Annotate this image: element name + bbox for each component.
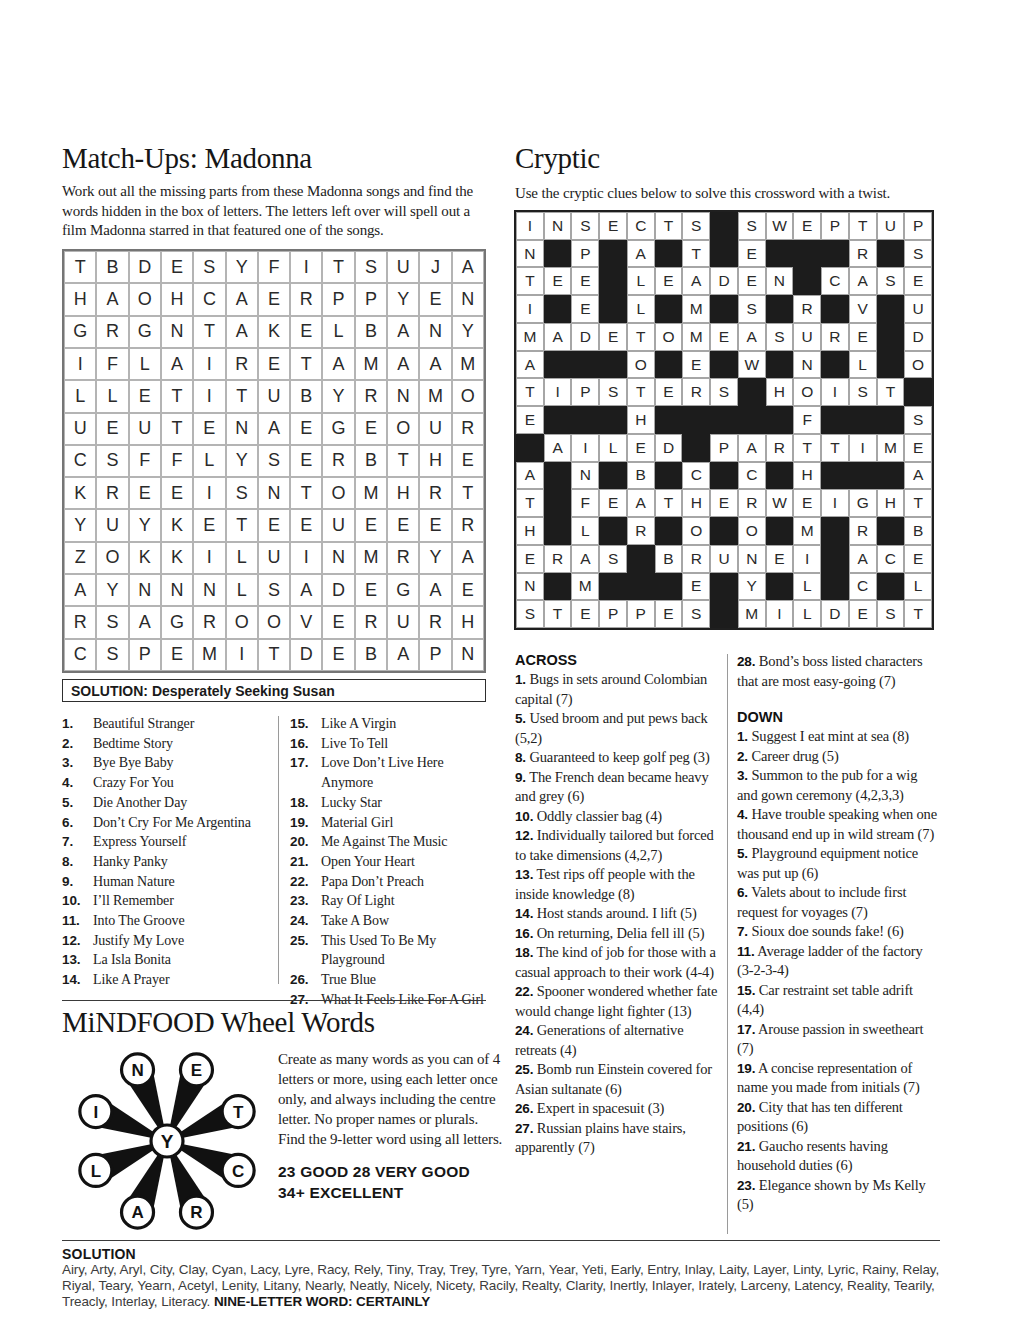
wordsearch-cell-r1c10[interactable]: S [355, 251, 387, 283]
wordsearch-cell-r2c11[interactable]: Y [387, 283, 419, 315]
crossword-cell-r14c7[interactable]: E [682, 573, 710, 601]
wordsearch-cell-r8c7[interactable]: N [258, 477, 290, 509]
crossword-cell-r6c1[interactable]: A [516, 351, 544, 379]
wordsearch-cell-r9c11[interactable]: E [387, 509, 419, 541]
wordsearch-cell-r9c10[interactable]: E [355, 509, 387, 541]
wordsearch-cell-r11c7[interactable]: S [258, 574, 290, 606]
crossword-cell-r1c9[interactable]: S [738, 212, 766, 240]
crossword-black-cell-r3c4[interactable] [599, 267, 627, 295]
wordsearch-cell-r6c8[interactable]: E [290, 413, 322, 445]
crossword-black-cell-r14c4[interactable] [599, 573, 627, 601]
crossword-cell-r15c12[interactable]: D [821, 600, 849, 628]
wordsearch-cell-r7c6[interactable]: Y [226, 445, 258, 477]
crossword-black-cell-r10c10[interactable] [766, 462, 794, 490]
crossword-cell-r9c11[interactable]: T [793, 434, 821, 462]
crossword-cell-r14c1[interactable]: N [516, 573, 544, 601]
wordsearch-cell-r12c13[interactable]: H [452, 606, 484, 638]
wordsearch-cell-r4c1[interactable]: I [64, 348, 96, 380]
crossword-cell-r10c15[interactable]: A [904, 462, 932, 490]
wordsearch-cell-r13c7[interactable]: T [258, 639, 290, 671]
wordsearch-cell-r6c13[interactable]: R [452, 413, 484, 445]
wordsearch-cell-r4c4[interactable]: A [161, 348, 193, 380]
crossword-cell-r14c9[interactable]: Y [738, 573, 766, 601]
wordsearch-cell-r9c13[interactable]: R [452, 509, 484, 541]
wordsearch-cell-r1c11[interactable]: U [387, 251, 419, 283]
crossword-cell-r4c11[interactable]: R [793, 295, 821, 323]
crossword-cell-r11c7[interactable]: H [682, 489, 710, 517]
crossword-cell-r15c11[interactable]: L [793, 600, 821, 628]
crossword-cell-r10c5[interactable]: B [627, 462, 655, 490]
wordsearch-cell-r13c11[interactable]: A [387, 639, 419, 671]
crossword-cell-r11c3[interactable]: F [571, 489, 599, 517]
wordsearch-cell-r6c1[interactable]: U [64, 413, 96, 445]
crossword-cell-r7c1[interactable]: T [516, 378, 544, 406]
crossword-cell-r3c9[interactable]: E [738, 267, 766, 295]
wordsearch-cell-r9c9[interactable]: U [322, 509, 354, 541]
crossword-black-cell-r14c8[interactable] [710, 573, 738, 601]
crossword-cell-r10c11[interactable]: H [793, 462, 821, 490]
wordsearch-cell-r9c8[interactable]: E [290, 509, 322, 541]
crossword-cell-r11c4[interactable]: E [599, 489, 627, 517]
wordsearch-cell-r11c2[interactable]: Y [96, 574, 128, 606]
wordsearch-cell-r13c13[interactable]: N [452, 639, 484, 671]
wordsearch-cell-r1c8[interactable]: I [290, 251, 322, 283]
crossword-black-cell-r2c6[interactable] [655, 240, 683, 268]
wordsearch-cell-r1c7[interactable]: F [258, 251, 290, 283]
crossword-cell-r7c11[interactable]: O [793, 378, 821, 406]
wordsearch-cell-r10c13[interactable]: A [452, 542, 484, 574]
crossword-cell-r3c14[interactable]: S [877, 267, 905, 295]
crossword-black-cell-r2c8[interactable] [710, 240, 738, 268]
crossword-black-cell-r4c6[interactable] [655, 295, 683, 323]
wordsearch-cell-r9c3[interactable]: Y [129, 509, 161, 541]
wordsearch-cell-r7c10[interactable]: B [355, 445, 387, 477]
wordsearch-cell-r9c4[interactable]: K [161, 509, 193, 541]
wordsearch-cell-r6c9[interactable]: G [322, 413, 354, 445]
crossword-cell-r13c4[interactable]: S [599, 545, 627, 573]
crossword-cell-r13c6[interactable]: B [655, 545, 683, 573]
wheel-words-wheel[interactable]: TENILARCY [64, 1041, 270, 1241]
wordsearch-cell-r2c5[interactable]: C [193, 283, 225, 315]
wordsearch-cell-r12c7[interactable]: O [258, 606, 290, 638]
crossword-cell-r11c12[interactable]: I [821, 489, 849, 517]
crossword-cell-r3c5[interactable]: L [627, 267, 655, 295]
wordsearch-cell-r10c6[interactable]: L [226, 542, 258, 574]
crossword-cell-r11c8[interactable]: E [710, 489, 738, 517]
wordsearch-cell-r1c12[interactable]: J [419, 251, 451, 283]
crossword-cell-r7c2[interactable]: I [544, 378, 572, 406]
crossword-cell-r14c3[interactable]: M [571, 573, 599, 601]
crossword-cell-r2c1[interactable]: N [516, 240, 544, 268]
crossword-cell-r13c9[interactable]: N [738, 545, 766, 573]
wordsearch-cell-r7c1[interactable]: C [64, 445, 96, 477]
crossword-black-cell-r10c2[interactable] [544, 462, 572, 490]
crossword-cell-r14c11[interactable]: L [793, 573, 821, 601]
crossword-cell-r6c7[interactable]: E [682, 351, 710, 379]
wordsearch-cell-r4c7[interactable]: E [258, 348, 290, 380]
crossword-black-cell-r8c14[interactable] [877, 406, 905, 434]
crossword-cell-r1c15[interactable]: P [904, 212, 932, 240]
crossword-cell-r7c10[interactable]: H [766, 378, 794, 406]
crossword-black-cell-r6c4[interactable] [599, 351, 627, 379]
wordsearch-cell-r1c1[interactable]: T [64, 251, 96, 283]
crossword-cell-r13c7[interactable]: R [682, 545, 710, 573]
crossword-cell-r13c3[interactable]: A [571, 545, 599, 573]
wordsearch-cell-r3c9[interactable]: L [322, 316, 354, 348]
crossword-cell-r9c9[interactable]: A [738, 434, 766, 462]
wordsearch-cell-r6c5[interactable]: E [193, 413, 225, 445]
crossword-cell-r7c5[interactable]: T [627, 378, 655, 406]
crossword-black-cell-r2c4[interactable] [599, 240, 627, 268]
wordsearch-cell-r8c1[interactable]: K [64, 477, 96, 509]
crossword-cell-r2c9[interactable]: E [738, 240, 766, 268]
wordsearch-cell-r1c13[interactable]: A [452, 251, 484, 283]
crossword-black-cell-r10c4[interactable] [599, 462, 627, 490]
crossword-cell-r10c9[interactable]: C [738, 462, 766, 490]
wordsearch-cell-r2c2[interactable]: A [96, 283, 128, 315]
crossword-cell-r13c1[interactable]: E [516, 545, 544, 573]
crossword-cell-r12c7[interactable]: O [682, 517, 710, 545]
crossword-cell-r1c4[interactable]: E [599, 212, 627, 240]
crossword-cell-r15c4[interactable]: P [599, 600, 627, 628]
crossword-black-cell-r14c12[interactable] [821, 573, 849, 601]
crossword-cell-r15c3[interactable]: E [571, 600, 599, 628]
wordsearch-grid[interactable]: TBDESYFITSUJAHAOHCAERPPYENGRGNTAKELBANYI… [62, 249, 486, 673]
wordsearch-cell-r6c12[interactable]: U [419, 413, 451, 445]
crossword-cell-r15c13[interactable]: E [849, 600, 877, 628]
crossword-black-cell-r14c5[interactable] [627, 573, 655, 601]
crossword-black-cell-r12c10[interactable] [766, 517, 794, 545]
crossword-cell-r10c7[interactable]: C [682, 462, 710, 490]
wordsearch-cell-r2c8[interactable]: R [290, 283, 322, 315]
crossword-black-cell-r12c14[interactable] [877, 517, 905, 545]
crossword-cell-r4c15[interactable]: U [904, 295, 932, 323]
crossword-black-cell-r14c14[interactable] [877, 573, 905, 601]
wordsearch-cell-r4c9[interactable]: A [322, 348, 354, 380]
wordsearch-cell-r9c6[interactable]: T [226, 509, 258, 541]
wordsearch-cell-r10c2[interactable]: O [96, 542, 128, 574]
wordsearch-cell-r3c6[interactable]: A [226, 316, 258, 348]
crossword-cell-r10c3[interactable]: N [571, 462, 599, 490]
crossword-cell-r2c13[interactable]: R [849, 240, 877, 268]
wordsearch-cell-r6c6[interactable]: N [226, 413, 258, 445]
crossword-cell-r9c6[interactable]: D [655, 434, 683, 462]
crossword-black-cell-r4c8[interactable] [710, 295, 738, 323]
crossword-cell-r3c8[interactable]: D [710, 267, 738, 295]
crossword-black-cell-r8c4[interactable] [599, 406, 627, 434]
crossword-cell-r7c8[interactable]: S [710, 378, 738, 406]
wordsearch-cell-r5c6[interactable]: T [226, 380, 258, 412]
crossword-cell-r6c9[interactable]: W [738, 351, 766, 379]
crossword-cell-r3c1[interactable]: T [516, 267, 544, 295]
crossword-cell-r11c15[interactable]: T [904, 489, 932, 517]
wordsearch-cell-r7c7[interactable]: S [258, 445, 290, 477]
crossword-cell-r9c13[interactable]: I [849, 434, 877, 462]
wordsearch-cell-r13c3[interactable]: P [129, 639, 161, 671]
wordsearch-cell-r5c4[interactable]: T [161, 380, 193, 412]
crossword-cell-r13c2[interactable]: R [544, 545, 572, 573]
wordsearch-cell-r10c9[interactable]: N [322, 542, 354, 574]
wordsearch-cell-r13c5[interactable]: M [193, 639, 225, 671]
crossword-cell-r12c9[interactable]: O [738, 517, 766, 545]
crossword-black-cell-r4c4[interactable] [599, 295, 627, 323]
wordsearch-cell-r9c12[interactable]: E [419, 509, 451, 541]
wordsearch-cell-r5c12[interactable]: M [419, 380, 451, 412]
wordsearch-cell-r10c5[interactable]: I [193, 542, 225, 574]
crossword-cell-r3c3[interactable]: E [571, 267, 599, 295]
crossword-cell-r2c15[interactable]: S [904, 240, 932, 268]
crossword-cell-r5c9[interactable]: A [738, 323, 766, 351]
crossword-cell-r3c6[interactable]: E [655, 267, 683, 295]
crossword-black-cell-r10c8[interactable] [710, 462, 738, 490]
crossword-cell-r9c10[interactable]: R [766, 434, 794, 462]
crossword-cell-r8c11[interactable]: F [793, 406, 821, 434]
wordsearch-cell-r7c12[interactable]: H [419, 445, 451, 477]
crossword-black-cell-r12c12[interactable] [821, 517, 849, 545]
wordsearch-cell-r12c9[interactable]: E [322, 606, 354, 638]
crossword-cell-r7c14[interactable]: T [877, 378, 905, 406]
wordsearch-cell-r8c9[interactable]: O [322, 477, 354, 509]
wordsearch-cell-r9c2[interactable]: U [96, 509, 128, 541]
crossword-black-cell-r2c14[interactable] [877, 240, 905, 268]
crossword-cell-r9c12[interactable]: T [821, 434, 849, 462]
wordsearch-cell-r5c3[interactable]: E [129, 380, 161, 412]
wordsearch-cell-r10c1[interactable]: Z [64, 542, 96, 574]
crossword-cell-r9c5[interactable]: E [627, 434, 655, 462]
crossword-cell-r3c15[interactable]: E [904, 267, 932, 295]
wordsearch-cell-r13c10[interactable]: B [355, 639, 387, 671]
wordsearch-cell-r10c4[interactable]: K [161, 542, 193, 574]
wordsearch-cell-r5c7[interactable]: U [258, 380, 290, 412]
wordsearch-cell-r7c4[interactable]: F [161, 445, 193, 477]
crossword-cell-r4c3[interactable]: E [571, 295, 599, 323]
crossword-grid[interactable]: INSECTSSWEPTUPNPATERSTEELEADENCASEIELMSR… [514, 210, 934, 630]
crossword-cell-r1c3[interactable]: S [571, 212, 599, 240]
crossword-cell-r6c11[interactable]: N [793, 351, 821, 379]
wordsearch-cell-r7c9[interactable]: R [322, 445, 354, 477]
crossword-black-cell-r6c14[interactable] [877, 351, 905, 379]
wordsearch-cell-r12c5[interactable]: R [193, 606, 225, 638]
crossword-cell-r5c10[interactable]: S [766, 323, 794, 351]
crossword-cell-r1c14[interactable]: U [877, 212, 905, 240]
wordsearch-cell-r11c12[interactable]: A [419, 574, 451, 606]
wordsearch-cell-r4c13[interactable]: M [452, 348, 484, 380]
crossword-cell-r11c13[interactable]: G [849, 489, 877, 517]
crossword-cell-r11c9[interactable]: R [738, 489, 766, 517]
crossword-black-cell-r13c5[interactable] [627, 545, 655, 573]
wordsearch-cell-r11c3[interactable]: N [129, 574, 161, 606]
wordsearch-cell-r1c6[interactable]: Y [226, 251, 258, 283]
crossword-cell-r7c3[interactable]: P [571, 378, 599, 406]
wordsearch-cell-r11c6[interactable]: L [226, 574, 258, 606]
crossword-black-cell-r8c9[interactable] [738, 406, 766, 434]
crossword-cell-r5c7[interactable]: M [682, 323, 710, 351]
wordsearch-cell-r10c8[interactable]: I [290, 542, 322, 574]
crossword-cell-r5c1[interactable]: M [516, 323, 544, 351]
crossword-cell-r11c6[interactable]: T [655, 489, 683, 517]
wordsearch-cell-r11c8[interactable]: A [290, 574, 322, 606]
crossword-cell-r5c3[interactable]: D [571, 323, 599, 351]
wordsearch-cell-r12c3[interactable]: A [129, 606, 161, 638]
crossword-cell-r11c1[interactable]: T [516, 489, 544, 517]
wordsearch-cell-r3c13[interactable]: Y [452, 316, 484, 348]
crossword-black-cell-r9c7[interactable] [682, 434, 710, 462]
wordsearch-cell-r10c3[interactable]: K [129, 542, 161, 574]
crossword-cell-r12c13[interactable]: R [849, 517, 877, 545]
crossword-cell-r11c5[interactable]: A [627, 489, 655, 517]
wordsearch-cell-r11c5[interactable]: N [193, 574, 225, 606]
wordsearch-cell-r2c6[interactable]: A [226, 283, 258, 315]
crossword-cell-r5c6[interactable]: O [655, 323, 683, 351]
wordsearch-cell-r3c1[interactable]: G [64, 316, 96, 348]
wordsearch-cell-r10c12[interactable]: Y [419, 542, 451, 574]
wordsearch-cell-r8c13[interactable]: T [452, 477, 484, 509]
crossword-cell-r1c5[interactable]: C [627, 212, 655, 240]
wordsearch-cell-r3c5[interactable]: T [193, 316, 225, 348]
wordsearch-cell-r9c7[interactable]: E [258, 509, 290, 541]
wordsearch-cell-r1c5[interactable]: S [193, 251, 225, 283]
crossword-cell-r15c14[interactable]: S [877, 600, 905, 628]
crossword-black-cell-r6c2[interactable] [544, 351, 572, 379]
crossword-black-cell-r12c2[interactable] [544, 517, 572, 545]
crossword-black-cell-r2c2[interactable] [544, 240, 572, 268]
crossword-black-cell-r15c8[interactable] [710, 600, 738, 628]
crossword-black-cell-r1c8[interactable] [710, 212, 738, 240]
wordsearch-cell-r12c10[interactable]: R [355, 606, 387, 638]
crossword-cell-r12c3[interactable]: L [571, 517, 599, 545]
wordsearch-cell-r3c12[interactable]: N [419, 316, 451, 348]
wordsearch-cell-r10c7[interactable]: U [258, 542, 290, 574]
wordsearch-cell-r4c12[interactable]: A [419, 348, 451, 380]
crossword-cell-r8c1[interactable]: E [516, 406, 544, 434]
crossword-cell-r3c7[interactable]: A [682, 267, 710, 295]
crossword-cell-r13c13[interactable]: A [849, 545, 877, 573]
crossword-cell-r3c2[interactable]: E [544, 267, 572, 295]
wordsearch-cell-r13c8[interactable]: D [290, 639, 322, 671]
crossword-cell-r15c15[interactable]: T [904, 600, 932, 628]
wordsearch-cell-r7c13[interactable]: E [452, 445, 484, 477]
crossword-black-cell-r6c3[interactable] [571, 351, 599, 379]
wordsearch-cell-r8c12[interactable]: R [419, 477, 451, 509]
wordsearch-cell-r12c11[interactable]: U [387, 606, 419, 638]
wordsearch-cell-r3c2[interactable]: R [96, 316, 128, 348]
wordsearch-cell-r3c10[interactable]: B [355, 316, 387, 348]
crossword-black-cell-r14c2[interactable] [544, 573, 572, 601]
wordsearch-cell-r13c2[interactable]: S [96, 639, 128, 671]
crossword-cell-r12c1[interactable]: H [516, 517, 544, 545]
crossword-black-cell-r7c9[interactable] [738, 378, 766, 406]
wordsearch-cell-r6c3[interactable]: U [129, 413, 161, 445]
crossword-cell-r15c7[interactable]: S [682, 600, 710, 628]
crossword-black-cell-r10c13[interactable] [849, 462, 877, 490]
crossword-black-cell-r12c6[interactable] [655, 517, 683, 545]
crossword-cell-r1c13[interactable]: T [849, 212, 877, 240]
wordsearch-cell-r8c3[interactable]: E [129, 477, 161, 509]
crossword-black-cell-r10c14[interactable] [877, 462, 905, 490]
crossword-black-cell-r2c11[interactable] [793, 240, 821, 268]
wordsearch-cell-r12c6[interactable]: O [226, 606, 258, 638]
wordsearch-cell-r7c11[interactable]: T [387, 445, 419, 477]
wordsearch-cell-r2c3[interactable]: O [129, 283, 161, 315]
wordsearch-cell-r1c4[interactable]: E [161, 251, 193, 283]
wordsearch-cell-r11c9[interactable]: D [322, 574, 354, 606]
wordsearch-cell-r8c2[interactable]: R [96, 477, 128, 509]
crossword-black-cell-r10c12[interactable] [821, 462, 849, 490]
wordsearch-cell-r2c1[interactable]: H [64, 283, 96, 315]
wordsearch-cell-r5c5[interactable]: I [193, 380, 225, 412]
crossword-cell-r10c1[interactable]: A [516, 462, 544, 490]
crossword-cell-r11c14[interactable]: H [877, 489, 905, 517]
crossword-black-cell-r10c6[interactable] [655, 462, 683, 490]
crossword-cell-r13c15[interactable]: E [904, 545, 932, 573]
wordsearch-cell-r1c9[interactable]: T [322, 251, 354, 283]
crossword-cell-r9c2[interactable]: A [544, 434, 572, 462]
crossword-cell-r12c15[interactable]: B [904, 517, 932, 545]
crossword-cell-r7c6[interactable]: E [655, 378, 683, 406]
wordsearch-cell-r4c10[interactable]: M [355, 348, 387, 380]
crossword-black-cell-r8c7[interactable] [682, 406, 710, 434]
wordsearch-cell-r12c4[interactable]: G [161, 606, 193, 638]
crossword-black-cell-r6c10[interactable] [766, 351, 794, 379]
wordsearch-cell-r8c11[interactable]: H [387, 477, 419, 509]
crossword-black-cell-r8c2[interactable] [544, 406, 572, 434]
wordsearch-cell-r13c4[interactable]: E [161, 639, 193, 671]
wordsearch-cell-r6c7[interactable]: A [258, 413, 290, 445]
crossword-cell-r1c11[interactable]: E [793, 212, 821, 240]
wordsearch-cell-r1c3[interactable]: D [129, 251, 161, 283]
crossword-cell-r3c10[interactable]: N [766, 267, 794, 295]
crossword-cell-r2c5[interactable]: A [627, 240, 655, 268]
crossword-cell-r1c1[interactable]: I [516, 212, 544, 240]
wordsearch-cell-r4c5[interactable]: I [193, 348, 225, 380]
crossword-cell-r1c2[interactable]: N [544, 212, 572, 240]
wordsearch-cell-r6c10[interactable]: E [355, 413, 387, 445]
crossword-cell-r9c3[interactable]: I [571, 434, 599, 462]
crossword-black-cell-r9c1[interactable] [516, 434, 544, 462]
crossword-black-cell-r6c6[interactable] [655, 351, 683, 379]
wordsearch-cell-r3c7[interactable]: K [258, 316, 290, 348]
wordsearch-cell-r5c13[interactable]: O [452, 380, 484, 412]
wordsearch-cell-r12c2[interactable]: S [96, 606, 128, 638]
crossword-cell-r9c14[interactable]: M [877, 434, 905, 462]
wordsearch-cell-r6c4[interactable]: T [161, 413, 193, 445]
crossword-black-cell-r13c12[interactable] [821, 545, 849, 573]
crossword-black-cell-r2c12[interactable] [821, 240, 849, 268]
crossword-cell-r5c15[interactable]: D [904, 323, 932, 351]
crossword-cell-r14c13[interactable]: C [849, 573, 877, 601]
wordsearch-cell-r9c1[interactable]: Y [64, 509, 96, 541]
wordsearch-cell-r3c3[interactable]: G [129, 316, 161, 348]
crossword-cell-r11c11[interactable]: E [793, 489, 821, 517]
crossword-cell-r6c15[interactable]: O [904, 351, 932, 379]
wordsearch-cell-r5c11[interactable]: N [387, 380, 419, 412]
crossword-cell-r4c9[interactable]: S [738, 295, 766, 323]
wordsearch-cell-r5c1[interactable]: L [64, 380, 96, 412]
crossword-cell-r9c15[interactable]: E [904, 434, 932, 462]
wordsearch-cell-r7c8[interactable]: E [290, 445, 322, 477]
crossword-cell-r8c5[interactable]: H [627, 406, 655, 434]
crossword-cell-r7c12[interactable]: I [821, 378, 849, 406]
crossword-cell-r12c5[interactable]: R [627, 517, 655, 545]
crossword-cell-r9c4[interactable]: L [599, 434, 627, 462]
crossword-black-cell-r4c14[interactable] [877, 295, 905, 323]
crossword-cell-r5c12[interactable]: R [821, 323, 849, 351]
crossword-cell-r1c6[interactable]: T [655, 212, 683, 240]
crossword-cell-r3c13[interactable]: A [849, 267, 877, 295]
crossword-black-cell-r8c13[interactable] [849, 406, 877, 434]
wordsearch-cell-r4c8[interactable]: T [290, 348, 322, 380]
wordsearch-cell-r5c8[interactable]: B [290, 380, 322, 412]
